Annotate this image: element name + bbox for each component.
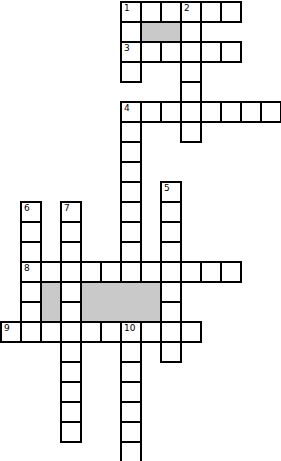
grid-cell[interactable] (160, 221, 182, 243)
grid-cell[interactable] (180, 21, 202, 43)
grid-cell[interactable] (140, 101, 162, 123)
clue-number: 2 (184, 4, 190, 13)
grid-cell[interactable] (100, 321, 122, 343)
clue-number: 8 (24, 264, 30, 273)
grid-cell[interactable] (60, 281, 82, 303)
clue-number: 9 (4, 324, 10, 333)
grid-cell[interactable] (60, 321, 82, 343)
grid-cell[interactable] (120, 441, 142, 461)
grid-cell[interactable] (120, 421, 142, 443)
grid-cell[interactable] (120, 61, 142, 83)
grid-cell[interactable] (120, 21, 142, 43)
grid-cell[interactable] (220, 261, 242, 283)
grid-cell[interactable] (20, 241, 42, 263)
grid-cell[interactable] (260, 101, 281, 123)
grid-cell[interactable] (180, 41, 202, 63)
grid-cell[interactable] (80, 261, 102, 283)
grid-cell[interactable] (180, 101, 202, 123)
grid-cell[interactable] (60, 381, 82, 403)
grid-cell[interactable] (60, 421, 82, 443)
grid-cell[interactable] (120, 181, 142, 203)
grid-cell[interactable] (180, 81, 202, 103)
grid-cell[interactable] (200, 1, 222, 23)
grid-cell[interactable] (200, 41, 222, 63)
grid-cell[interactable] (120, 221, 142, 243)
grid-cell[interactable] (220, 41, 242, 63)
grid-cell[interactable] (60, 361, 82, 383)
clue-number: 4 (124, 104, 130, 113)
crossword-board: 12345678910 (0, 0, 281, 461)
grid-cell[interactable] (180, 261, 202, 283)
grid-cell[interactable] (120, 401, 142, 423)
clue-number: 5 (164, 184, 170, 193)
grid-cell[interactable] (80, 321, 102, 343)
clue-number: 6 (24, 204, 30, 213)
grid-cell[interactable] (60, 241, 82, 263)
grid-cell[interactable] (240, 101, 262, 123)
grid-cell[interactable] (60, 261, 82, 283)
grid-cell[interactable] (140, 321, 162, 343)
grid-cell[interactable] (120, 201, 142, 223)
clue-number: 3 (124, 44, 130, 53)
solution-box (140, 21, 182, 43)
grid-cell[interactable] (40, 261, 62, 283)
grid-cell[interactable] (160, 201, 182, 223)
grid-cell[interactable] (180, 321, 202, 343)
grid-cell[interactable] (120, 141, 142, 163)
grid-cell[interactable] (60, 221, 82, 243)
grid-cell[interactable] (20, 221, 42, 243)
grid-cell[interactable] (180, 121, 202, 143)
grid-cell[interactable] (160, 281, 182, 303)
grid-cell[interactable] (160, 41, 182, 63)
grid-cell[interactable] (100, 261, 122, 283)
clue-number: 10 (124, 324, 135, 333)
grid-cell[interactable] (160, 101, 182, 123)
grid-cell[interactable] (140, 261, 162, 283)
grid-cell[interactable] (120, 361, 142, 383)
solution-box (40, 281, 62, 323)
grid-cell[interactable] (140, 41, 162, 63)
grid-cell[interactable] (160, 241, 182, 263)
grid-cell[interactable] (200, 261, 222, 283)
grid-cell[interactable] (160, 1, 182, 23)
grid-cell[interactable] (60, 401, 82, 423)
grid-cell[interactable] (60, 341, 82, 363)
grid-cell[interactable] (160, 301, 182, 323)
grid-cell[interactable] (180, 61, 202, 83)
grid-cell[interactable] (220, 1, 242, 23)
clue-number: 1 (124, 4, 130, 13)
grid-cell[interactable] (60, 301, 82, 323)
grid-cell[interactable] (160, 261, 182, 283)
grid-cell[interactable] (200, 101, 222, 123)
grid-cell[interactable] (120, 161, 142, 183)
grid-cell[interactable] (220, 101, 242, 123)
grid-cell[interactable] (160, 341, 182, 363)
grid-cell[interactable] (120, 381, 142, 403)
grid-cell[interactable] (120, 261, 142, 283)
solution-box (80, 281, 162, 323)
grid-cell[interactable] (20, 321, 42, 343)
grid-cell[interactable] (20, 281, 42, 303)
clue-number: 7 (64, 204, 70, 213)
grid-cell[interactable] (40, 321, 62, 343)
grid-cell[interactable] (20, 301, 42, 323)
grid-cell[interactable] (120, 241, 142, 263)
grid-cell[interactable] (160, 321, 182, 343)
grid-cell[interactable] (140, 1, 162, 23)
grid-cell[interactable] (120, 341, 142, 363)
grid-cell[interactable] (120, 121, 142, 143)
